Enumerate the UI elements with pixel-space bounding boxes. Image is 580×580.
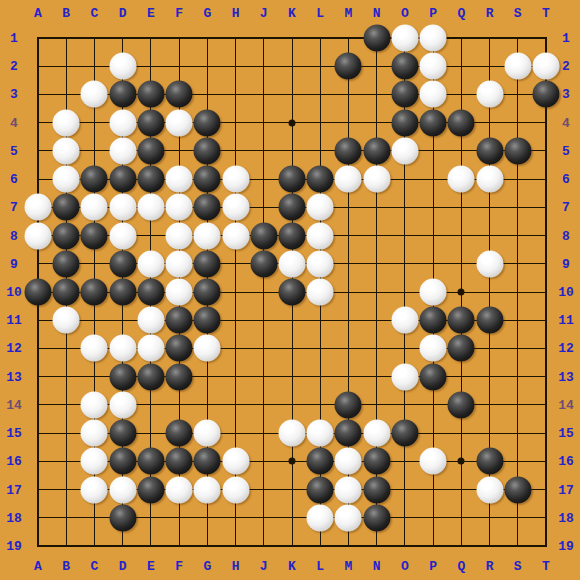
black-stone-G4 — [194, 109, 221, 136]
white-stone-L9 — [307, 250, 334, 277]
white-stone-O13 — [391, 363, 418, 390]
row-label-right-14: 14 — [558, 398, 574, 411]
white-stone-C14 — [81, 391, 108, 418]
black-stone-B9 — [53, 250, 80, 277]
row-label-right-4: 4 — [562, 116, 570, 129]
column-label-top-D: D — [119, 7, 127, 20]
black-stone-K10 — [279, 279, 306, 306]
white-stone-D17 — [109, 476, 136, 503]
white-stone-E9 — [137, 250, 164, 277]
row-label-left-4: 4 — [10, 116, 18, 129]
black-stone-E4 — [137, 109, 164, 136]
row-label-left-5: 5 — [10, 144, 18, 157]
white-stone-P16 — [420, 448, 447, 475]
row-label-left-15: 15 — [6, 427, 22, 440]
black-stone-N17 — [363, 476, 390, 503]
black-stone-C6 — [81, 166, 108, 193]
black-stone-P13 — [420, 363, 447, 390]
row-label-left-12: 12 — [6, 342, 22, 355]
row-label-left-2: 2 — [10, 60, 18, 73]
row-label-right-1: 1 — [562, 32, 570, 45]
column-label-top-R: R — [486, 7, 494, 20]
black-stone-F16 — [166, 448, 193, 475]
row-label-left-6: 6 — [10, 173, 18, 186]
black-stone-L16 — [307, 448, 334, 475]
black-stone-R16 — [476, 448, 503, 475]
black-stone-E5 — [137, 137, 164, 164]
black-stone-K7 — [279, 194, 306, 221]
column-label-top-E: E — [147, 7, 155, 20]
black-stone-O4 — [391, 109, 418, 136]
white-stone-L7 — [307, 194, 334, 221]
white-stone-A8 — [25, 222, 52, 249]
white-stone-K15 — [279, 420, 306, 447]
white-stone-O11 — [391, 307, 418, 334]
black-stone-D18 — [109, 504, 136, 531]
black-stone-M14 — [335, 391, 362, 418]
white-stone-F17 — [166, 476, 193, 503]
black-stone-G10 — [194, 279, 221, 306]
column-label-top-J: J — [260, 7, 268, 20]
white-stone-N6 — [363, 166, 390, 193]
white-stone-T2 — [533, 53, 560, 80]
black-stone-F3 — [166, 81, 193, 108]
black-stone-N16 — [363, 448, 390, 475]
white-stone-M6 — [335, 166, 362, 193]
black-stone-S17 — [504, 476, 531, 503]
black-stone-E6 — [137, 166, 164, 193]
white-stone-R3 — [476, 81, 503, 108]
black-stone-F15 — [166, 420, 193, 447]
white-stone-D8 — [109, 222, 136, 249]
column-label-top-Q: Q — [457, 7, 465, 20]
black-stone-E16 — [137, 448, 164, 475]
black-stone-Q11 — [448, 307, 475, 334]
row-label-left-13: 13 — [6, 370, 22, 383]
white-stone-B4 — [53, 109, 80, 136]
black-stone-G11 — [194, 307, 221, 334]
column-label-top-T: T — [542, 7, 550, 20]
black-stone-K8 — [279, 222, 306, 249]
black-stone-E3 — [137, 81, 164, 108]
column-label-bottom-J: J — [260, 560, 268, 573]
row-label-left-8: 8 — [10, 229, 18, 242]
black-stone-R5 — [476, 137, 503, 164]
column-label-top-F: F — [175, 7, 183, 20]
black-stone-G9 — [194, 250, 221, 277]
black-stone-J9 — [250, 250, 277, 277]
white-stone-H8 — [222, 222, 249, 249]
white-stone-Q6 — [448, 166, 475, 193]
white-stone-F9 — [166, 250, 193, 277]
row-label-right-8: 8 — [562, 229, 570, 242]
black-stone-F13 — [166, 363, 193, 390]
white-stone-D5 — [109, 137, 136, 164]
black-stone-Q14 — [448, 391, 475, 418]
column-label-top-H: H — [232, 7, 240, 20]
black-stone-M5 — [335, 137, 362, 164]
column-label-bottom-G: G — [203, 560, 211, 573]
black-stone-K6 — [279, 166, 306, 193]
black-stone-C10 — [81, 279, 108, 306]
white-stone-P1 — [420, 25, 447, 52]
black-stone-O15 — [391, 420, 418, 447]
white-stone-D12 — [109, 335, 136, 362]
row-label-right-5: 5 — [562, 144, 570, 157]
black-stone-C8 — [81, 222, 108, 249]
white-stone-D2 — [109, 53, 136, 80]
row-label-right-11: 11 — [558, 314, 574, 327]
white-stone-C12 — [81, 335, 108, 362]
column-label-bottom-O: O — [401, 560, 409, 573]
black-stone-D3 — [109, 81, 136, 108]
white-stone-C16 — [81, 448, 108, 475]
white-stone-L8 — [307, 222, 334, 249]
black-stone-L17 — [307, 476, 334, 503]
white-stone-B5 — [53, 137, 80, 164]
white-stone-E12 — [137, 335, 164, 362]
black-stone-O3 — [391, 81, 418, 108]
black-stone-S5 — [504, 137, 531, 164]
white-stone-C17 — [81, 476, 108, 503]
white-stone-R17 — [476, 476, 503, 503]
black-stone-F11 — [166, 307, 193, 334]
white-stone-H17 — [222, 476, 249, 503]
hoshi-point-K4 — [289, 119, 296, 126]
black-stone-P4 — [420, 109, 447, 136]
column-label-top-O: O — [401, 7, 409, 20]
white-stone-H7 — [222, 194, 249, 221]
white-stone-M17 — [335, 476, 362, 503]
black-stone-D13 — [109, 363, 136, 390]
black-stone-M2 — [335, 53, 362, 80]
column-label-bottom-F: F — [175, 560, 183, 573]
white-stone-G8 — [194, 222, 221, 249]
black-stone-B7 — [53, 194, 80, 221]
column-label-top-N: N — [373, 7, 381, 20]
white-stone-C15 — [81, 420, 108, 447]
column-label-bottom-A: A — [34, 560, 42, 573]
white-stone-D14 — [109, 391, 136, 418]
white-stone-P10 — [420, 279, 447, 306]
white-stone-O1 — [391, 25, 418, 52]
row-label-left-19: 19 — [6, 540, 22, 553]
black-stone-B10 — [53, 279, 80, 306]
black-stone-N5 — [363, 137, 390, 164]
column-label-bottom-H: H — [232, 560, 240, 573]
column-label-top-A: A — [34, 7, 42, 20]
hoshi-point-Q10 — [458, 289, 465, 296]
white-stone-L18 — [307, 504, 334, 531]
column-label-bottom-E: E — [147, 560, 155, 573]
white-stone-G17 — [194, 476, 221, 503]
row-label-left-9: 9 — [10, 257, 18, 270]
white-stone-A7 — [25, 194, 52, 221]
black-stone-B8 — [53, 222, 80, 249]
go-board[interactable]: AABBCCDDEEFFGGHHJJKKLLMMNNOOPPQQRRSSTT11… — [0, 0, 580, 580]
grid-vline — [545, 37, 547, 547]
black-stone-E17 — [137, 476, 164, 503]
black-stone-A10 — [25, 279, 52, 306]
white-stone-M18 — [335, 504, 362, 531]
white-stone-L15 — [307, 420, 334, 447]
white-stone-C3 — [81, 81, 108, 108]
black-stone-G7 — [194, 194, 221, 221]
column-label-bottom-Q: Q — [457, 560, 465, 573]
row-label-left-18: 18 — [6, 511, 22, 524]
column-label-bottom-T: T — [542, 560, 550, 573]
black-stone-N1 — [363, 25, 390, 52]
row-label-left-17: 17 — [6, 483, 22, 496]
white-stone-G12 — [194, 335, 221, 362]
black-stone-M15 — [335, 420, 362, 447]
white-stone-D7 — [109, 194, 136, 221]
grid-vline — [517, 37, 518, 547]
row-label-right-10: 10 — [558, 286, 574, 299]
black-stone-D16 — [109, 448, 136, 475]
black-stone-D10 — [109, 279, 136, 306]
white-stone-R6 — [476, 166, 503, 193]
white-stone-B11 — [53, 307, 80, 334]
column-label-bottom-R: R — [486, 560, 494, 573]
black-stone-G16 — [194, 448, 221, 475]
black-stone-J8 — [250, 222, 277, 249]
column-label-top-G: G — [203, 7, 211, 20]
column-label-top-L: L — [316, 7, 324, 20]
row-label-right-18: 18 — [558, 511, 574, 524]
black-stone-F12 — [166, 335, 193, 362]
row-label-left-3: 3 — [10, 88, 18, 101]
white-stone-F7 — [166, 194, 193, 221]
column-label-bottom-M: M — [345, 560, 353, 573]
black-stone-D15 — [109, 420, 136, 447]
black-stone-E10 — [137, 279, 164, 306]
white-stone-F4 — [166, 109, 193, 136]
white-stone-K9 — [279, 250, 306, 277]
column-label-bottom-L: L — [316, 560, 324, 573]
column-label-top-M: M — [345, 7, 353, 20]
white-stone-M16 — [335, 448, 362, 475]
white-stone-R9 — [476, 250, 503, 277]
black-stone-O2 — [391, 53, 418, 80]
white-stone-E11 — [137, 307, 164, 334]
black-stone-L6 — [307, 166, 334, 193]
row-label-right-17: 17 — [558, 483, 574, 496]
column-label-top-S: S — [514, 7, 522, 20]
white-stone-S2 — [504, 53, 531, 80]
hoshi-point-Q16 — [458, 458, 465, 465]
black-stone-G6 — [194, 166, 221, 193]
row-label-right-7: 7 — [562, 201, 570, 214]
white-stone-B6 — [53, 166, 80, 193]
row-label-right-3: 3 — [562, 88, 570, 101]
black-stone-D6 — [109, 166, 136, 193]
white-stone-O5 — [391, 137, 418, 164]
white-stone-L10 — [307, 279, 334, 306]
column-label-bottom-N: N — [373, 560, 381, 573]
row-label-right-15: 15 — [558, 427, 574, 440]
column-label-top-C: C — [91, 7, 99, 20]
column-label-top-B: B — [62, 7, 70, 20]
white-stone-P12 — [420, 335, 447, 362]
row-label-right-9: 9 — [562, 257, 570, 270]
black-stone-E13 — [137, 363, 164, 390]
white-stone-D4 — [109, 109, 136, 136]
row-label-right-19: 19 — [558, 540, 574, 553]
hoshi-point-K16 — [289, 458, 296, 465]
column-label-bottom-S: S — [514, 560, 522, 573]
row-label-right-13: 13 — [558, 370, 574, 383]
column-label-top-P: P — [429, 7, 437, 20]
row-label-left-16: 16 — [6, 455, 22, 468]
white-stone-H6 — [222, 166, 249, 193]
column-label-bottom-B: B — [62, 560, 70, 573]
row-label-left-7: 7 — [10, 201, 18, 214]
row-label-left-1: 1 — [10, 32, 18, 45]
white-stone-F8 — [166, 222, 193, 249]
column-label-bottom-D: D — [119, 560, 127, 573]
column-label-bottom-C: C — [91, 560, 99, 573]
white-stone-F10 — [166, 279, 193, 306]
row-label-right-2: 2 — [562, 60, 570, 73]
black-stone-G5 — [194, 137, 221, 164]
row-label-left-10: 10 — [6, 286, 22, 299]
black-stone-Q4 — [448, 109, 475, 136]
row-label-right-12: 12 — [558, 342, 574, 355]
grid-hline — [37, 545, 547, 547]
white-stone-N15 — [363, 420, 390, 447]
white-stone-E7 — [137, 194, 164, 221]
column-label-bottom-K: K — [288, 560, 296, 573]
black-stone-D9 — [109, 250, 136, 277]
row-label-right-16: 16 — [558, 455, 574, 468]
row-label-right-6: 6 — [562, 173, 570, 186]
row-label-left-14: 14 — [6, 398, 22, 411]
black-stone-Q12 — [448, 335, 475, 362]
white-stone-P3 — [420, 81, 447, 108]
white-stone-C7 — [81, 194, 108, 221]
black-stone-R11 — [476, 307, 503, 334]
black-stone-P11 — [420, 307, 447, 334]
row-label-left-11: 11 — [6, 314, 22, 327]
white-stone-H16 — [222, 448, 249, 475]
white-stone-P2 — [420, 53, 447, 80]
black-stone-N18 — [363, 504, 390, 531]
white-stone-G15 — [194, 420, 221, 447]
column-label-top-K: K — [288, 7, 296, 20]
column-label-bottom-P: P — [429, 560, 437, 573]
black-stone-T3 — [533, 81, 560, 108]
white-stone-F6 — [166, 166, 193, 193]
